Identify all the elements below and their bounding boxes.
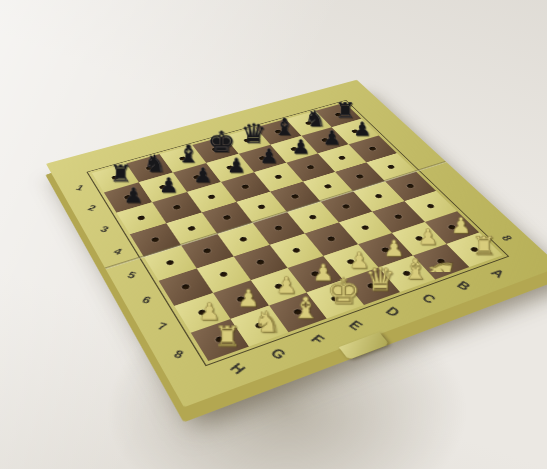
piece-white-rook[interactable]: ♜ (464, 234, 505, 259)
piece-white-bishop[interactable]: ♝ (284, 293, 327, 323)
piece-white-king[interactable]: ♚ (322, 274, 365, 309)
piece-white-rook[interactable]: ♜ (205, 323, 250, 351)
piece-black-pawn[interactable]: ♟ (283, 137, 319, 156)
piece-black-pawn[interactable]: ♟ (251, 146, 287, 166)
piece-black-pawn[interactable]: ♟ (184, 165, 221, 185)
piece-black-pawn[interactable]: ♟ (150, 175, 187, 195)
piece-black-pawn[interactable]: ♟ (314, 128, 349, 147)
piece-black-pawn[interactable]: ♟ (114, 185, 152, 206)
piece-black-king[interactable]: ♚ (204, 128, 240, 157)
photo-background: ♜♞♝♚♛♝♞♜♟♟♟♟♟♟♟♟♟♟♟♟♟♟♟♟♜♞♝♚♛♝♞♜ HGFEDCB… (0, 0, 547, 469)
piece-black-pawn[interactable]: ♟ (345, 119, 380, 138)
piece-white-knight[interactable]: ♞ (245, 308, 289, 337)
piece-white-queen[interactable]: ♛ (359, 264, 401, 296)
piece-black-pawn[interactable]: ♟ (218, 155, 254, 175)
piece-white-bishop[interactable]: ♝ (395, 255, 437, 283)
